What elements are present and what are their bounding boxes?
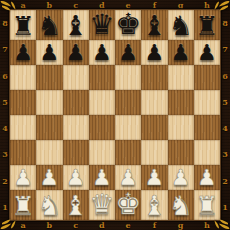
corner-ornament-icon: [0, 0, 16, 12]
square-d4[interactable]: [89, 115, 115, 140]
square-e1[interactable]: ♚: [115, 190, 141, 220]
white-pawn[interactable]: ♟: [118, 167, 138, 189]
square-c2[interactable]: ♟: [63, 165, 89, 190]
square-b4[interactable]: [36, 115, 62, 140]
square-g1[interactable]: ♞: [168, 190, 194, 220]
rank-label-8: 8: [0, 10, 10, 36]
rank-label-5: 5: [0, 89, 10, 115]
square-c8[interactable]: ♝: [63, 10, 89, 40]
square-h2[interactable]: ♟: [194, 165, 220, 190]
rank-label-1: 1: [0, 194, 10, 220]
white-pawn[interactable]: ♟: [145, 167, 165, 189]
square-h1[interactable]: ♜: [194, 190, 220, 220]
black-bishop[interactable]: ♝: [142, 12, 166, 39]
black-pawn[interactable]: ♟: [66, 42, 86, 64]
white-pawn[interactable]: ♟: [13, 167, 33, 189]
black-knight[interactable]: ♞: [37, 12, 61, 39]
square-g6[interactable]: [168, 65, 194, 90]
square-b8[interactable]: ♞: [36, 10, 62, 40]
square-a7[interactable]: ♟: [10, 40, 36, 65]
file-label-c: c: [63, 220, 89, 230]
square-f5[interactable]: [141, 90, 167, 115]
rank-labels-left: 87654321: [0, 10, 10, 220]
square-a1[interactable]: ♜: [10, 190, 36, 220]
rank-label-3: 3: [220, 141, 230, 167]
white-pawn[interactable]: ♟: [92, 167, 112, 189]
square-g8[interactable]: ♞: [168, 10, 194, 40]
rank-labels-right: 87654321: [220, 10, 230, 220]
square-b1[interactable]: ♞: [36, 190, 62, 220]
rank-label-7: 7: [220, 36, 230, 62]
square-f8[interactable]: ♝: [141, 10, 167, 40]
file-label-d: d: [89, 220, 115, 230]
file-label-b: b: [36, 0, 62, 10]
square-b2[interactable]: ♟: [36, 165, 62, 190]
square-c6[interactable]: [63, 65, 89, 90]
square-a6[interactable]: [10, 65, 36, 90]
square-f2[interactable]: ♟: [141, 165, 167, 190]
corner-ornament-icon: [214, 218, 230, 230]
square-b5[interactable]: [36, 90, 62, 115]
square-e6[interactable]: [115, 65, 141, 90]
square-g3[interactable]: [168, 140, 194, 165]
black-knight[interactable]: ♞: [169, 12, 193, 39]
rank-label-4: 4: [220, 115, 230, 141]
square-f3[interactable]: [141, 140, 167, 165]
square-h7[interactable]: ♟: [194, 40, 220, 65]
black-pawn[interactable]: ♟: [92, 42, 112, 64]
square-e4[interactable]: [115, 115, 141, 140]
black-pawn[interactable]: ♟: [40, 42, 60, 64]
square-g7[interactable]: ♟: [168, 40, 194, 65]
square-c3[interactable]: [63, 140, 89, 165]
file-label-g: g: [168, 220, 194, 230]
black-rook[interactable]: ♜: [195, 13, 218, 39]
rank-label-1: 1: [220, 194, 230, 220]
square-d2[interactable]: ♟: [89, 165, 115, 190]
square-f4[interactable]: [141, 115, 167, 140]
file-label-b: b: [36, 220, 62, 230]
square-a5[interactable]: [10, 90, 36, 115]
white-pawn[interactable]: ♟: [66, 167, 86, 189]
square-d1[interactable]: ♛: [89, 190, 115, 220]
white-bishop[interactable]: ♝: [64, 192, 88, 219]
rank-label-7: 7: [0, 36, 10, 62]
square-c7[interactable]: ♟: [63, 40, 89, 65]
chess-board: ♜♞♝♛♚♝♞♜♟♟♟♟♟♟♟♟♟♟♟♟♟♟♟♟♜♞♝♛♚♝♞♜: [10, 10, 220, 220]
square-h8[interactable]: ♜: [194, 10, 220, 40]
square-f7[interactable]: ♟: [141, 40, 167, 65]
black-queen[interactable]: ♛: [89, 11, 114, 39]
white-king[interactable]: ♚: [115, 190, 141, 219]
rank-label-8: 8: [220, 10, 230, 36]
rank-label-6: 6: [220, 63, 230, 89]
square-e3[interactable]: [115, 140, 141, 165]
square-e7[interactable]: ♟: [115, 40, 141, 65]
square-g4[interactable]: [168, 115, 194, 140]
square-g2[interactable]: ♟: [168, 165, 194, 190]
square-g5[interactable]: [168, 90, 194, 115]
square-b7[interactable]: ♟: [36, 40, 62, 65]
square-f6[interactable]: [141, 65, 167, 90]
white-queen[interactable]: ♛: [89, 191, 114, 219]
file-label-g: g: [168, 0, 194, 10]
square-a8[interactable]: ♜: [10, 10, 36, 40]
square-b3[interactable]: [36, 140, 62, 165]
square-h4[interactable]: [194, 115, 220, 140]
square-c5[interactable]: [63, 90, 89, 115]
file-label-c: c: [63, 0, 89, 10]
white-pawn[interactable]: ♟: [171, 167, 191, 189]
rank-label-5: 5: [220, 89, 230, 115]
corner-ornament-icon: [0, 218, 16, 230]
square-e8[interactable]: ♚: [115, 10, 141, 40]
black-bishop[interactable]: ♝: [64, 12, 88, 39]
chess-app: abcdefgh abcdefgh 87654321 87654321 ♜♞♝♛…: [0, 0, 230, 230]
square-f1[interactable]: ♝: [141, 190, 167, 220]
rank-label-3: 3: [0, 141, 10, 167]
square-a3[interactable]: [10, 140, 36, 165]
square-e5[interactable]: [115, 90, 141, 115]
square-d7[interactable]: ♟: [89, 40, 115, 65]
corner-ornament-icon: [214, 0, 230, 12]
white-pawn[interactable]: ♟: [40, 167, 60, 189]
white-rook[interactable]: ♜: [11, 193, 34, 219]
black-pawn[interactable]: ♟: [171, 42, 191, 64]
file-label-e: e: [115, 220, 141, 230]
black-rook[interactable]: ♜: [11, 13, 34, 39]
black-king[interactable]: ♚: [115, 10, 141, 39]
square-b6[interactable]: [36, 65, 62, 90]
square-d3[interactable]: [89, 140, 115, 165]
white-bishop[interactable]: ♝: [142, 192, 166, 219]
square-h6[interactable]: [194, 65, 220, 90]
square-c4[interactable]: [63, 115, 89, 140]
black-pawn[interactable]: ♟: [118, 42, 138, 64]
rank-label-2: 2: [220, 168, 230, 194]
white-rook[interactable]: ♜: [195, 193, 218, 219]
rank-label-6: 6: [0, 63, 10, 89]
white-knight[interactable]: ♞: [37, 192, 61, 219]
white-knight[interactable]: ♞: [169, 192, 193, 219]
square-a2[interactable]: ♟: [10, 165, 36, 190]
square-h5[interactable]: [194, 90, 220, 115]
black-pawn[interactable]: ♟: [13, 42, 33, 64]
file-labels-bottom: abcdefgh: [10, 220, 220, 230]
square-h3[interactable]: [194, 140, 220, 165]
file-label-f: f: [141, 0, 167, 10]
black-pawn[interactable]: ♟: [197, 42, 217, 64]
square-d8[interactable]: ♛: [89, 10, 115, 40]
rank-label-4: 4: [0, 115, 10, 141]
square-d6[interactable]: [89, 65, 115, 90]
square-c1[interactable]: ♝: [63, 190, 89, 220]
rank-label-2: 2: [0, 168, 10, 194]
square-a4[interactable]: [10, 115, 36, 140]
square-d5[interactable]: [89, 90, 115, 115]
white-pawn[interactable]: ♟: [197, 167, 217, 189]
black-pawn[interactable]: ♟: [145, 42, 165, 64]
file-label-f: f: [141, 220, 167, 230]
